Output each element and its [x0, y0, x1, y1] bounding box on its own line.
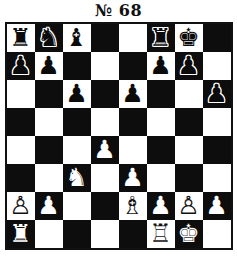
piece-black-bishop: ♝	[65, 24, 87, 52]
square-a3	[7, 164, 35, 192]
square-b3	[35, 164, 63, 192]
piece-black-pawn: ♟	[149, 52, 171, 80]
square-b6	[35, 80, 63, 108]
square-f5	[147, 108, 175, 136]
square-g1: ♚	[175, 220, 203, 248]
piece-white-rook: ♖	[149, 220, 171, 248]
square-f2: ♟	[147, 192, 175, 220]
square-f4	[147, 136, 175, 164]
square-c6: ♟	[63, 80, 91, 108]
piece-white-pawn: ♟	[121, 164, 143, 192]
square-d8	[91, 24, 119, 52]
piece-white-pawn: ♙	[9, 192, 31, 220]
square-a7: ♟	[7, 52, 35, 80]
square-g2: ♙	[175, 192, 203, 220]
piece-white-bishop: ♗	[121, 192, 143, 220]
piece-black-knight: ♞	[37, 24, 59, 52]
square-f8: ♜	[147, 24, 175, 52]
piece-black-rook: ♜	[149, 24, 171, 52]
square-c2	[63, 192, 91, 220]
piece-white-king: ♚	[177, 220, 199, 248]
square-h7	[203, 52, 231, 80]
square-f3	[147, 164, 175, 192]
piece-black-pawn: ♟	[177, 52, 199, 80]
piece-white-pawn: ♟	[149, 192, 171, 220]
square-d2	[91, 192, 119, 220]
square-a1: ♜	[7, 220, 35, 248]
square-b7: ♟	[35, 52, 63, 80]
square-a2: ♙	[7, 192, 35, 220]
board-container: ♜♞♝♜♚♟♟♟♟♟♟♟♟♞♟♙♟♗♟♙♟♜♖♚	[5, 22, 233, 250]
square-e5	[119, 108, 147, 136]
piece-black-rook: ♜	[9, 24, 31, 52]
square-e2: ♗	[119, 192, 147, 220]
square-a5	[7, 108, 35, 136]
square-f6	[147, 80, 175, 108]
square-h6: ♟	[203, 80, 231, 108]
square-d4: ♟	[91, 136, 119, 164]
square-a8: ♜	[7, 24, 35, 52]
square-g7: ♟	[175, 52, 203, 80]
square-b5	[35, 108, 63, 136]
square-d1	[91, 220, 119, 248]
square-g4	[175, 136, 203, 164]
page-title: № 68	[0, 0, 237, 22]
piece-white-pawn: ♟	[37, 192, 59, 220]
square-c3: ♞	[63, 164, 91, 192]
piece-black-pawn: ♟	[37, 52, 59, 80]
square-e6: ♟	[119, 80, 147, 108]
chess-board: ♜♞♝♜♚♟♟♟♟♟♟♟♟♞♟♙♟♗♟♙♟♜♖♚	[5, 22, 233, 250]
piece-black-pawn: ♟	[121, 80, 143, 108]
piece-white-knight: ♞	[65, 164, 87, 192]
square-c5	[63, 108, 91, 136]
square-d5	[91, 108, 119, 136]
square-e7	[119, 52, 147, 80]
square-f1: ♖	[147, 220, 175, 248]
square-h3	[203, 164, 231, 192]
square-b4	[35, 136, 63, 164]
piece-white-pawn: ♟	[205, 192, 227, 220]
square-g8: ♚	[175, 24, 203, 52]
square-e1	[119, 220, 147, 248]
square-g3	[175, 164, 203, 192]
square-d3	[91, 164, 119, 192]
square-e3: ♟	[119, 164, 147, 192]
square-b2: ♟	[35, 192, 63, 220]
square-c4	[63, 136, 91, 164]
square-g6	[175, 80, 203, 108]
square-d6	[91, 80, 119, 108]
square-h8	[203, 24, 231, 52]
square-h4	[203, 136, 231, 164]
square-a6	[7, 80, 35, 108]
square-c8: ♝	[63, 24, 91, 52]
piece-black-pawn: ♟	[65, 80, 87, 108]
piece-white-rook: ♜	[9, 220, 31, 248]
piece-black-pawn: ♟	[9, 52, 31, 80]
square-c1	[63, 220, 91, 248]
square-b8: ♞	[35, 24, 63, 52]
square-a4	[7, 136, 35, 164]
piece-white-pawn: ♙	[177, 192, 199, 220]
square-e4	[119, 136, 147, 164]
piece-black-pawn: ♟	[205, 80, 227, 108]
square-h5	[203, 108, 231, 136]
piece-black-king: ♚	[177, 24, 199, 52]
square-d7	[91, 52, 119, 80]
square-f7: ♟	[147, 52, 175, 80]
square-g5	[175, 108, 203, 136]
piece-white-pawn: ♟	[93, 136, 115, 164]
square-h1	[203, 220, 231, 248]
square-e8	[119, 24, 147, 52]
square-c7	[63, 52, 91, 80]
square-b1	[35, 220, 63, 248]
square-h2: ♟	[203, 192, 231, 220]
